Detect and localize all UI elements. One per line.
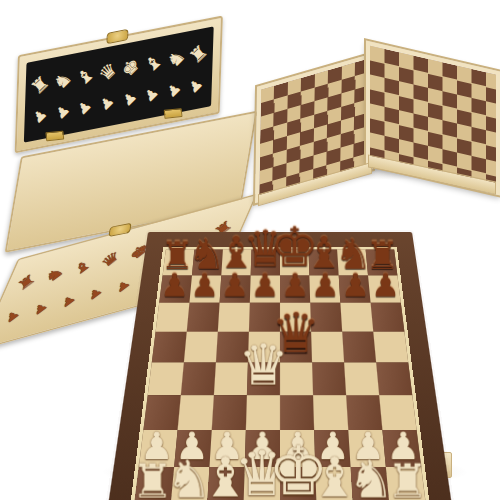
square-g7[interactable]: ♟: [339, 275, 371, 302]
stored-piece-rook: ♜: [15, 271, 38, 294]
square-g4[interactable]: [344, 362, 379, 395]
square-c6[interactable]: [218, 303, 250, 332]
square-b7[interactable]: ♟: [189, 275, 221, 302]
stored-piece-pawn: ♟: [120, 89, 139, 110]
piece-black-pawn[interactable]: ♟: [220, 270, 249, 301]
square-a7[interactable]: ♟: [159, 275, 192, 302]
stored-piece-king: ♚: [118, 54, 143, 80]
square-b4[interactable]: [181, 362, 216, 395]
stored-piece-rook: ♜: [186, 41, 211, 67]
square-d4[interactable]: ♛: [247, 362, 280, 395]
square-b5[interactable]: [184, 332, 218, 363]
piece-black-pawn[interactable]: ♟: [311, 270, 340, 301]
stored-piece-knight: ♞: [50, 67, 75, 93]
clasp-icon: [106, 29, 128, 44]
stored-piece-pawn: ♟: [3, 307, 21, 325]
stored-piece-pawn: ♟: [75, 98, 94, 119]
square-h5[interactable]: [373, 332, 408, 363]
stored-piece-pawn: ♟: [31, 106, 50, 127]
square-c1[interactable]: ♝: [207, 467, 245, 500]
stored-piece-pawn: ♟: [53, 102, 72, 123]
square-d7[interactable]: ♟: [250, 275, 280, 302]
piece-white-king[interactable]: ♚: [268, 440, 329, 500]
square-g6[interactable]: [340, 303, 373, 332]
stored-piece-pawn: ♟: [142, 85, 161, 106]
piece-black-pawn[interactable]: ♟: [371, 270, 400, 301]
board-frame: ♜♞♝♛♚♝♞♜♟♟♟♟♟♟♟♟♛♛♟♟♟♟♟♟♟♟♜♞♝♛♚♝♞♜: [103, 232, 456, 500]
square-h1[interactable]: ♜: [386, 467, 426, 500]
storage-box: ♜♞♝♛♚♝♞♜♟♟♟♟♟♟♟♟ ♜♞♝♛♚♝♞♜♟♟♟♟♟♟♟♟: [0, 22, 256, 246]
stored-piece-pawn: ♟: [97, 93, 116, 114]
stored-piece-bishop: ♝: [141, 50, 166, 76]
square-a1[interactable]: ♜: [134, 467, 174, 500]
stored-piece-knight: ♞: [43, 263, 66, 286]
square-a4[interactable]: [148, 362, 184, 395]
piece-black-pawn[interactable]: ♟: [341, 270, 370, 301]
square-h4[interactable]: [376, 362, 412, 395]
square-a6[interactable]: [156, 303, 190, 332]
hinge-icon: [45, 131, 64, 142]
playing-board-area: ♜♞♝♛♚♝♞♜♟♟♟♟♟♟♟♟♛♛♟♟♟♟♟♟♟♟♜♞♝♛♚♝♞♜: [70, 226, 490, 486]
board-grid: ♜♞♝♛♚♝♞♜♟♟♟♟♟♟♟♟♛♛♟♟♟♟♟♟♟♟♜♞♝♛♚♝♞♜: [134, 250, 426, 500]
square-b6[interactable]: [187, 303, 220, 332]
stored-piece-bishop: ♝: [73, 63, 98, 89]
stored-piece-pawn: ♟: [164, 80, 183, 101]
stored-piece-rook: ♜: [28, 72, 53, 98]
square-h7[interactable]: ♟: [368, 275, 401, 302]
square-a5[interactable]: [152, 332, 187, 363]
square-g5[interactable]: [342, 332, 376, 363]
square-g1[interactable]: ♞: [351, 467, 390, 500]
piece-black-pawn[interactable]: ♟: [160, 270, 189, 301]
square-c7[interactable]: ♟: [220, 275, 251, 302]
stored-piece-queen: ♛: [96, 58, 121, 84]
piece-white-queen[interactable]: ♛: [238, 339, 289, 393]
square-f7[interactable]: ♟: [309, 275, 340, 302]
square-e7[interactable]: ♟: [280, 275, 310, 302]
stored-piece-pawn: ♟: [31, 300, 49, 318]
stored-piece-pawn: ♟: [186, 76, 205, 97]
hinge-icon: [164, 108, 183, 119]
square-e1[interactable]: ♚: [280, 467, 317, 500]
stored-piece-knight: ♞: [164, 45, 189, 71]
piece-white-rook[interactable]: ♜: [132, 459, 174, 500]
piece-black-pawn[interactable]: ♟: [281, 270, 310, 301]
piece-white-rook[interactable]: ♜: [386, 459, 428, 500]
square-b1[interactable]: ♞: [170, 467, 209, 500]
square-f4[interactable]: [312, 362, 346, 395]
piece-black-pawn[interactable]: ♟: [250, 270, 279, 301]
square-h6[interactable]: [371, 303, 405, 332]
folded-board: [248, 36, 496, 188]
piece-black-pawn[interactable]: ♟: [190, 270, 219, 301]
